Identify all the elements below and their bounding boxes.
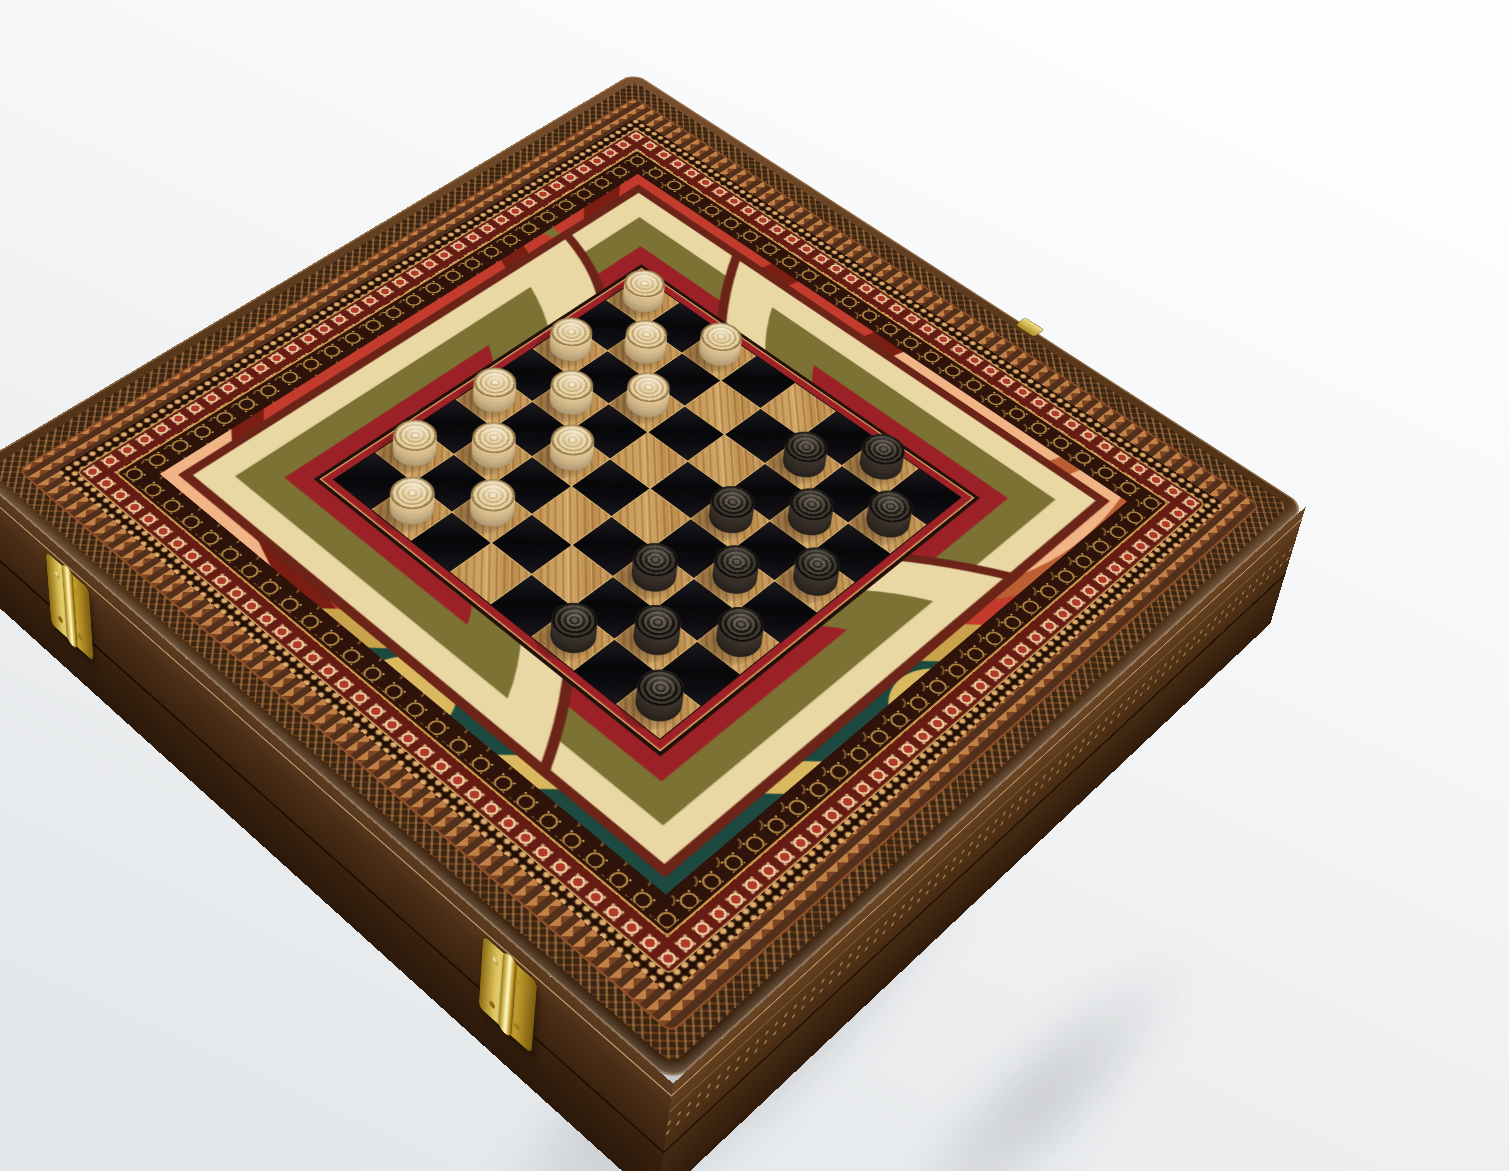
- board-cell[interactable]: [722, 356, 795, 408]
- piece-side: [542, 422, 603, 466]
- piece-top-face: [542, 364, 602, 406]
- piece-top-face: [542, 312, 601, 352]
- checker-piece-white[interactable]: [617, 385, 676, 427]
- piece-side: [615, 271, 672, 310]
- piece-shadow: [524, 322, 602, 376]
- piece-side: [542, 318, 600, 358]
- piece-top-face: [776, 425, 836, 469]
- piece-side: [852, 438, 912, 482]
- piece-side: [465, 365, 525, 407]
- board-cell[interactable]: [495, 348, 569, 400]
- checker-piece-white[interactable]: [690, 335, 748, 375]
- piece-side: [617, 321, 675, 361]
- border-band-zigzag: [17, 97, 1261, 1034]
- piece-top-face: [542, 418, 603, 462]
- board-cell[interactable]: [611, 432, 687, 487]
- board-cell[interactable]: [570, 300, 643, 350]
- piece-shadow: [523, 374, 602, 430]
- piece-top-face: [617, 314, 675, 354]
- piece-side: [774, 440, 834, 484]
- piece-shadow: [446, 372, 526, 428]
- checker-piece-dark[interactable]: [774, 443, 834, 487]
- board-cell[interactable]: [646, 353, 720, 405]
- piece-side: [542, 315, 600, 355]
- checker-piece-dark[interactable]: [706, 618, 770, 668]
- piece-side: [618, 373, 677, 415]
- piece-shadow: [598, 325, 675, 379]
- piece-shadow: [600, 376, 679, 432]
- piece-top-face: [463, 416, 524, 460]
- board-cell[interactable]: [608, 326, 681, 377]
- piece-side: [692, 320, 750, 360]
- piece-side: [542, 367, 602, 409]
- board-cell[interactable]: [649, 406, 724, 460]
- piece-side: [617, 381, 676, 423]
- brass-latch-pin: [1016, 318, 1043, 337]
- piece-top-face: [692, 317, 750, 357]
- piece-side: [775, 436, 835, 480]
- piece-side: [775, 432, 835, 476]
- checker-piece-dark[interactable]: [851, 446, 911, 490]
- board-cell[interactable]: [607, 276, 679, 325]
- piece-side: [616, 329, 674, 369]
- piece-side: [851, 442, 911, 486]
- board-cell[interactable]: [688, 435, 764, 490]
- board-cell[interactable]: [843, 439, 918, 494]
- checker-piece-dark[interactable]: [622, 554, 685, 602]
- piece-side: [465, 368, 525, 410]
- board-cell[interactable]: [609, 378, 684, 431]
- piece-side: [541, 323, 599, 363]
- checker-piece-white[interactable]: [462, 434, 523, 478]
- piece-side: [616, 325, 674, 365]
- piece-shadow: [597, 275, 673, 327]
- box-lid: [0, 72, 1306, 1083]
- piece-top-face: [616, 264, 673, 303]
- piece-side: [464, 377, 524, 419]
- piece-side: [776, 429, 836, 473]
- piece-side: [691, 332, 749, 372]
- checker-piece-white[interactable]: [541, 437, 602, 481]
- piece-side: [619, 370, 678, 412]
- piece-side: [541, 379, 600, 421]
- checker-piece-white[interactable]: [541, 330, 599, 370]
- board-cell[interactable]: [685, 381, 759, 434]
- piece-top-face: [465, 362, 525, 404]
- checker-piece-dark[interactable]: [624, 616, 688, 666]
- checker-piece-dark[interactable]: [703, 557, 766, 605]
- checker-piece-white[interactable]: [616, 332, 674, 372]
- piece-side: [618, 377, 677, 419]
- border-band-oval-medallions: [76, 128, 1206, 975]
- border-band-crosshatch: [0, 82, 1289, 1065]
- piece-top-face: [619, 366, 678, 408]
- piece-side: [853, 431, 913, 475]
- checker-piece-dark[interactable]: [857, 502, 918, 547]
- border-band-beads: [56, 118, 1224, 995]
- piece-side: [691, 327, 749, 367]
- piece-side: [692, 323, 750, 363]
- checker-piece-white[interactable]: [541, 382, 600, 424]
- board-cell[interactable]: [571, 351, 645, 403]
- board-cell[interactable]: [456, 373, 531, 426]
- checker-piece-dark[interactable]: [783, 559, 845, 607]
- piece-side: [542, 371, 602, 413]
- piece-side: [852, 434, 912, 478]
- piece-top-face: [854, 428, 914, 472]
- piece-side: [615, 275, 672, 314]
- game-box: [0, 72, 1306, 1083]
- game-box-pose: [125, 0, 1175, 1050]
- board-cell[interactable]: [802, 411, 877, 465]
- photo-background: [0, 0, 1509, 1171]
- board-cell[interactable]: [533, 376, 608, 429]
- piece-side: [617, 318, 675, 358]
- piece-side: [541, 375, 601, 417]
- piece-side: [615, 279, 672, 318]
- board-cell[interactable]: [761, 383, 835, 436]
- board-cell[interactable]: [766, 437, 842, 492]
- piece-side: [616, 268, 673, 307]
- board-cell[interactable]: [533, 324, 606, 375]
- checker-piece-dark[interactable]: [541, 614, 606, 664]
- checker-piece-dark[interactable]: [778, 500, 839, 546]
- piece-shadow: [833, 437, 913, 495]
- board-cell[interactable]: [725, 408, 800, 462]
- checker-piece-white[interactable]: [464, 380, 524, 422]
- checker-piece-white[interactable]: [384, 432, 445, 476]
- piece-side: [541, 327, 599, 367]
- board-cell[interactable]: [683, 329, 756, 380]
- piece-side: [464, 372, 524, 414]
- board-cell[interactable]: [644, 302, 716, 352]
- piece-shadow: [673, 327, 750, 381]
- piece-shadow: [756, 435, 836, 493]
- checker-piece-white[interactable]: [614, 282, 671, 321]
- checker-piece-dark[interactable]: [626, 680, 692, 732]
